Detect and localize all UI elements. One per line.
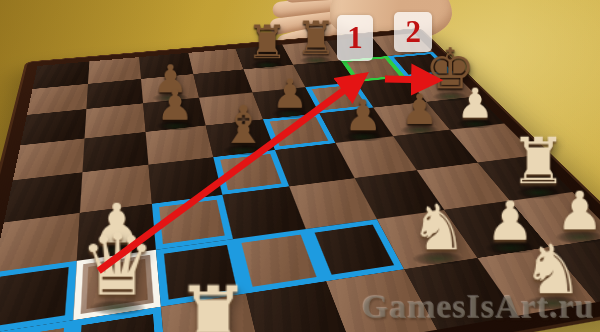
black-rook[interactable]: ♜ xyxy=(295,15,336,61)
square-d5[interactable]: ♝ xyxy=(205,119,275,157)
black-pawn[interactable]: ♟ xyxy=(344,94,382,137)
square-a4[interactable] xyxy=(4,172,82,222)
black-pawn[interactable]: ♟ xyxy=(401,89,439,131)
move-label-2: 2 xyxy=(394,12,432,52)
square-c5[interactable] xyxy=(146,125,213,164)
square-a6[interactable] xyxy=(20,109,85,145)
black-rook[interactable]: ♜ xyxy=(247,19,289,65)
black-bishop[interactable]: ♝ xyxy=(220,99,267,151)
square-b5[interactable] xyxy=(82,132,149,173)
screenshot-stage: ♜♜♟♟♟♚♝♟♟♟♟♜♛♞♟♟♜♞ 1 2 GamesIsArt.ru xyxy=(0,0,600,332)
white-pawn[interactable]: ♟ xyxy=(456,83,493,124)
white-rook[interactable]: ♜ xyxy=(175,275,253,332)
black-pawn[interactable]: ♟ xyxy=(157,85,194,127)
white-queen[interactable]: ♛ xyxy=(79,223,155,308)
square-b2[interactable]: ♛ xyxy=(72,250,160,320)
black-pawn[interactable]: ♟ xyxy=(272,74,308,114)
square-f4[interactable] xyxy=(335,136,417,178)
square-c1[interactable]: ♜ xyxy=(161,293,261,332)
watermark: GamesIsArt.ru xyxy=(362,288,595,326)
square-a3[interactable] xyxy=(0,213,79,273)
move-label-1: 1 xyxy=(337,15,373,61)
square-d7[interactable] xyxy=(193,69,253,98)
square-g5[interactable]: ♟ xyxy=(373,102,449,137)
white-knight[interactable]: ♞ xyxy=(410,196,466,259)
